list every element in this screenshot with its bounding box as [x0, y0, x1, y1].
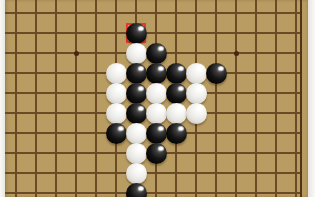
grid-vline — [15, 0, 17, 197]
black-stone — [126, 63, 147, 84]
stone-highlight — [139, 67, 143, 70]
board-right-edge-line — [300, 0, 302, 197]
grid-vline — [55, 0, 57, 197]
stone-highlight — [138, 46, 143, 50]
stone-highlight — [139, 27, 143, 30]
grid-vline — [215, 0, 217, 197]
white-stone — [126, 163, 147, 184]
stone-highlight — [198, 66, 203, 70]
screenshot-root — [0, 0, 315, 197]
grid-hline — [5, 12, 301, 14]
stone-highlight — [138, 126, 143, 130]
star-point — [234, 51, 239, 56]
stone-highlight — [158, 106, 163, 110]
grid-vline — [255, 0, 257, 197]
white-stone — [146, 83, 167, 104]
grid-vline — [75, 0, 77, 197]
black-stone — [146, 63, 167, 84]
stone-highlight — [118, 66, 123, 70]
black-stone — [126, 23, 147, 44]
grid-vline — [275, 0, 277, 197]
stone-highlight — [139, 87, 143, 90]
stone-highlight — [138, 166, 143, 170]
stone-highlight — [139, 187, 143, 190]
white-stone — [106, 83, 127, 104]
white-stone — [126, 123, 147, 144]
white-stone — [186, 103, 207, 124]
black-stone — [126, 183, 147, 198]
black-stone — [166, 83, 187, 104]
page-background-left — [0, 0, 5, 197]
grid-vline — [95, 0, 97, 197]
black-stone — [166, 123, 187, 144]
white-stone — [186, 83, 207, 104]
stone-highlight — [179, 67, 183, 70]
stone-highlight — [118, 86, 123, 90]
grid-hline — [5, 32, 301, 34]
stone-highlight — [179, 87, 183, 90]
white-stone — [126, 43, 147, 64]
stone-highlight — [198, 106, 203, 110]
white-stone — [106, 103, 127, 124]
grid-hline — [5, 192, 301, 194]
stone-highlight — [138, 146, 143, 150]
star-point — [74, 51, 79, 56]
grid-vline — [235, 0, 237, 197]
stone-highlight — [119, 127, 123, 130]
grid-vline — [295, 0, 297, 197]
stone-highlight — [139, 107, 143, 110]
stone-highlight — [198, 86, 203, 90]
stone-highlight — [178, 106, 183, 110]
stone-highlight — [159, 67, 163, 70]
black-stone — [146, 123, 167, 144]
black-stone — [146, 143, 167, 164]
black-stone — [146, 43, 167, 64]
stone-highlight — [179, 127, 183, 130]
black-stone — [126, 103, 147, 124]
stone-highlight — [159, 127, 163, 130]
black-stone — [106, 123, 127, 144]
black-stone — [206, 63, 227, 84]
grid-hline — [5, 172, 301, 174]
stone-highlight — [158, 86, 163, 90]
black-stone — [126, 83, 147, 104]
stone-highlight — [159, 147, 163, 150]
white-stone — [106, 63, 127, 84]
white-stone — [126, 143, 147, 164]
black-stone — [166, 63, 187, 84]
stone-highlight — [118, 106, 123, 110]
page-background-right — [308, 0, 315, 197]
stone-highlight — [219, 67, 223, 70]
white-stone — [186, 63, 207, 84]
stone-highlight — [159, 47, 163, 50]
white-stone — [166, 103, 187, 124]
grid-vline — [35, 0, 37, 197]
white-stone — [146, 103, 167, 124]
